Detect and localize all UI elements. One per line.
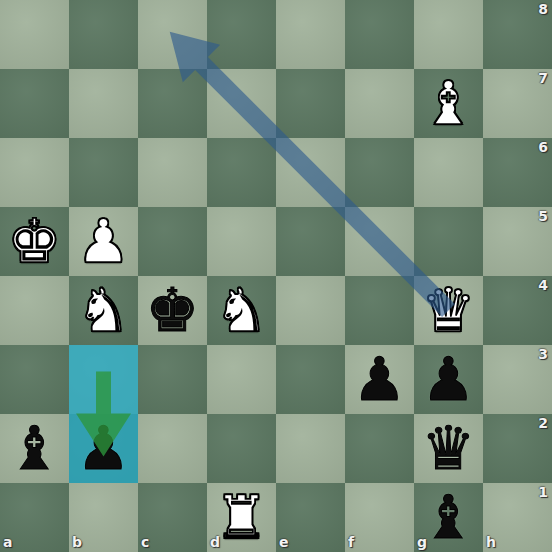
square-f4[interactable]	[345, 276, 414, 345]
square-c6[interactable]	[138, 138, 207, 207]
square-d3[interactable]	[207, 345, 276, 414]
square-b1[interactable]: b	[69, 483, 138, 552]
square-g2[interactable]: ♛	[414, 414, 483, 483]
piece-black-bishop-a2[interactable]: ♝	[8, 414, 62, 483]
square-b2[interactable]: ♟	[69, 414, 138, 483]
square-c8[interactable]	[138, 0, 207, 69]
square-d5[interactable]	[207, 207, 276, 276]
file-label-h: h	[486, 534, 496, 550]
rank-label-5: 5	[538, 208, 548, 224]
square-h5[interactable]: 5	[483, 207, 552, 276]
square-a2[interactable]: ♝	[0, 414, 69, 483]
square-g1[interactable]: ♝g	[414, 483, 483, 552]
square-c3[interactable]	[138, 345, 207, 414]
square-d8[interactable]	[207, 0, 276, 69]
rank-label-6: 6	[538, 139, 548, 155]
square-d7[interactable]	[207, 69, 276, 138]
square-e4[interactable]	[276, 276, 345, 345]
square-d6[interactable]	[207, 138, 276, 207]
piece-black-pawn-b2[interactable]: ♟	[77, 414, 131, 483]
square-a8[interactable]	[0, 0, 69, 69]
file-label-c: c	[141, 534, 149, 550]
square-g8[interactable]	[414, 0, 483, 69]
piece-black-pawn-g3[interactable]: ♟	[422, 345, 476, 414]
square-a1[interactable]: a	[0, 483, 69, 552]
chess-board: 8♝76♚♟5♞♚♞♛4♟♟3♝♟♛2abc♜def♝gh1	[0, 0, 552, 552]
square-c4[interactable]: ♚	[138, 276, 207, 345]
square-b6[interactable]	[69, 138, 138, 207]
square-g5[interactable]	[414, 207, 483, 276]
piece-white-rook-d1[interactable]: ♜	[215, 483, 269, 552]
piece-black-queen-g2[interactable]: ♛	[422, 414, 476, 483]
square-b3[interactable]	[69, 345, 138, 414]
square-e6[interactable]	[276, 138, 345, 207]
square-b8[interactable]	[69, 0, 138, 69]
square-f8[interactable]	[345, 0, 414, 69]
piece-white-knight-d4[interactable]: ♞	[215, 276, 269, 345]
rank-label-1: 1	[538, 484, 548, 500]
square-c2[interactable]	[138, 414, 207, 483]
piece-white-knight-b4[interactable]: ♞	[77, 276, 131, 345]
square-h1[interactable]: h1	[483, 483, 552, 552]
piece-black-pawn-f3[interactable]: ♟	[353, 345, 407, 414]
square-g4[interactable]: ♛	[414, 276, 483, 345]
square-h7[interactable]: 7	[483, 69, 552, 138]
square-f7[interactable]	[345, 69, 414, 138]
square-f3[interactable]: ♟	[345, 345, 414, 414]
square-f1[interactable]: f	[345, 483, 414, 552]
square-f6[interactable]	[345, 138, 414, 207]
square-h8[interactable]: 8	[483, 0, 552, 69]
square-a4[interactable]	[0, 276, 69, 345]
square-c5[interactable]	[138, 207, 207, 276]
rank-label-7: 7	[538, 70, 548, 86]
rank-label-4: 4	[538, 277, 548, 293]
square-a3[interactable]	[0, 345, 69, 414]
square-e1[interactable]: e	[276, 483, 345, 552]
piece-white-bishop-g7[interactable]: ♝	[422, 69, 476, 138]
file-label-e: e	[279, 534, 289, 550]
piece-black-bishop-g1[interactable]: ♝	[422, 483, 476, 552]
square-f2[interactable]	[345, 414, 414, 483]
square-g7[interactable]: ♝	[414, 69, 483, 138]
piece-white-king-a5[interactable]: ♚	[8, 207, 62, 276]
square-e2[interactable]	[276, 414, 345, 483]
square-h4[interactable]: 4	[483, 276, 552, 345]
piece-white-pawn-b5[interactable]: ♟	[77, 207, 131, 276]
square-e7[interactable]	[276, 69, 345, 138]
file-label-f: f	[348, 534, 354, 550]
square-f5[interactable]	[345, 207, 414, 276]
square-d4[interactable]: ♞	[207, 276, 276, 345]
square-e5[interactable]	[276, 207, 345, 276]
rank-label-8: 8	[538, 1, 548, 17]
square-a7[interactable]	[0, 69, 69, 138]
square-g3[interactable]: ♟	[414, 345, 483, 414]
square-a6[interactable]	[0, 138, 69, 207]
square-d1[interactable]: ♜d	[207, 483, 276, 552]
highlight-b3	[69, 345, 138, 414]
square-b7[interactable]	[69, 69, 138, 138]
square-c1[interactable]: c	[138, 483, 207, 552]
square-e8[interactable]	[276, 0, 345, 69]
square-b4[interactable]: ♞	[69, 276, 138, 345]
square-h6[interactable]: 6	[483, 138, 552, 207]
piece-black-king-c4[interactable]: ♚	[146, 276, 200, 345]
square-e3[interactable]	[276, 345, 345, 414]
square-a5[interactable]: ♚	[0, 207, 69, 276]
square-c7[interactable]	[138, 69, 207, 138]
square-b5[interactable]: ♟	[69, 207, 138, 276]
file-label-a: a	[3, 534, 12, 550]
piece-white-queen-g4[interactable]: ♛	[422, 276, 476, 345]
square-d2[interactable]	[207, 414, 276, 483]
rank-label-2: 2	[538, 415, 548, 431]
rank-label-3: 3	[538, 346, 548, 362]
square-g6[interactable]	[414, 138, 483, 207]
square-h2[interactable]: 2	[483, 414, 552, 483]
square-h3[interactable]: 3	[483, 345, 552, 414]
file-label-b: b	[72, 534, 82, 550]
